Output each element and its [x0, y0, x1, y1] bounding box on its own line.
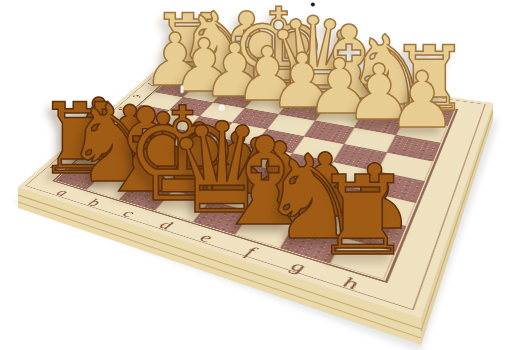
piece-black-rook[interactable]: ♜ — [314, 161, 412, 270]
king-pin-finial — [181, 85, 184, 93]
queen-ball-finial — [219, 105, 224, 110]
chess-set-photo: abcdefgh 12345678 ♜♞♝♚♛♝♞♜♟♟♟♟♟♟♟♟♟♟♟♟♟♟… — [0, 0, 509, 350]
piece-white-pawn[interactable]: ♟ — [387, 62, 457, 140]
pieces-layer: ♜♞♝♚♛♝♞♜♟♟♟♟♟♟♟♟♟♟♟♟♟♟♟♟♜♞♝♚♛♝♞♜ — [0, 0, 509, 350]
